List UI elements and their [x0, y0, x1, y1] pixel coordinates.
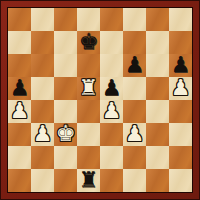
square-h5[interactable]: ♟	[169, 77, 192, 100]
piece-black-pawn: ♟	[171, 54, 191, 76]
square-g7[interactable]	[146, 31, 169, 54]
piece-black-rook: ♜	[79, 169, 99, 191]
piece-black-pawn: ♟	[102, 77, 122, 99]
square-b8[interactable]	[31, 8, 54, 31]
square-h4[interactable]	[169, 100, 192, 123]
square-e1[interactable]	[100, 169, 123, 192]
square-h3[interactable]	[169, 123, 192, 146]
piece-white-pawn: ♟	[171, 77, 191, 99]
square-a4[interactable]: ♟	[8, 100, 31, 123]
square-d1[interactable]: ♜	[77, 169, 100, 192]
chess-board-frame: ♚♟♟♟♜♟♟♟♟♟♚♟♜	[0, 0, 200, 200]
square-g5[interactable]	[146, 77, 169, 100]
square-a7[interactable]	[8, 31, 31, 54]
square-a5[interactable]: ♟	[8, 77, 31, 100]
square-b5[interactable]	[31, 77, 54, 100]
square-f1[interactable]	[123, 169, 146, 192]
square-c8[interactable]	[54, 8, 77, 31]
piece-white-pawn: ♟	[10, 100, 30, 122]
square-c4[interactable]	[54, 100, 77, 123]
square-d2[interactable]	[77, 146, 100, 169]
square-b2[interactable]	[31, 146, 54, 169]
square-c6[interactable]	[54, 54, 77, 77]
square-d8[interactable]	[77, 8, 100, 31]
square-e5[interactable]: ♟	[100, 77, 123, 100]
square-f5[interactable]	[123, 77, 146, 100]
square-g2[interactable]	[146, 146, 169, 169]
square-b6[interactable]	[31, 54, 54, 77]
piece-white-pawn: ♟	[102, 100, 122, 122]
chess-board: ♚♟♟♟♜♟♟♟♟♟♚♟♜	[7, 7, 193, 193]
square-g6[interactable]	[146, 54, 169, 77]
square-f4[interactable]	[123, 100, 146, 123]
square-a3[interactable]	[8, 123, 31, 146]
square-c1[interactable]	[54, 169, 77, 192]
square-b7[interactable]	[31, 31, 54, 54]
piece-white-rook: ♜	[79, 77, 99, 99]
square-a2[interactable]	[8, 146, 31, 169]
square-g3[interactable]	[146, 123, 169, 146]
square-g1[interactable]	[146, 169, 169, 192]
square-g8[interactable]	[146, 8, 169, 31]
square-b3[interactable]: ♟	[31, 123, 54, 146]
square-a1[interactable]	[8, 169, 31, 192]
square-f7[interactable]	[123, 31, 146, 54]
square-h8[interactable]	[169, 8, 192, 31]
square-f2[interactable]	[123, 146, 146, 169]
square-b1[interactable]	[31, 169, 54, 192]
square-d6[interactable]	[77, 54, 100, 77]
square-c7[interactable]	[54, 31, 77, 54]
square-a6[interactable]	[8, 54, 31, 77]
piece-black-pawn: ♟	[125, 54, 145, 76]
piece-black-king: ♚	[79, 31, 99, 53]
square-b4[interactable]	[31, 100, 54, 123]
piece-white-pawn: ♟	[125, 123, 145, 145]
square-c5[interactable]	[54, 77, 77, 100]
piece-white-king: ♚	[56, 123, 76, 145]
square-f3[interactable]: ♟	[123, 123, 146, 146]
square-f6[interactable]: ♟	[123, 54, 146, 77]
piece-white-pawn: ♟	[33, 123, 53, 145]
square-e8[interactable]	[100, 8, 123, 31]
square-e7[interactable]	[100, 31, 123, 54]
square-c3[interactable]: ♚	[54, 123, 77, 146]
square-h2[interactable]	[169, 146, 192, 169]
square-d5[interactable]: ♜	[77, 77, 100, 100]
square-d3[interactable]	[77, 123, 100, 146]
square-d7[interactable]: ♚	[77, 31, 100, 54]
square-h7[interactable]	[169, 31, 192, 54]
square-e4[interactable]: ♟	[100, 100, 123, 123]
square-g4[interactable]	[146, 100, 169, 123]
square-e6[interactable]	[100, 54, 123, 77]
piece-black-pawn: ♟	[10, 77, 30, 99]
square-c2[interactable]	[54, 146, 77, 169]
square-e2[interactable]	[100, 146, 123, 169]
square-a8[interactable]	[8, 8, 31, 31]
square-d4[interactable]	[77, 100, 100, 123]
square-f8[interactable]	[123, 8, 146, 31]
square-e3[interactable]	[100, 123, 123, 146]
square-h6[interactable]: ♟	[169, 54, 192, 77]
square-h1[interactable]	[169, 169, 192, 192]
